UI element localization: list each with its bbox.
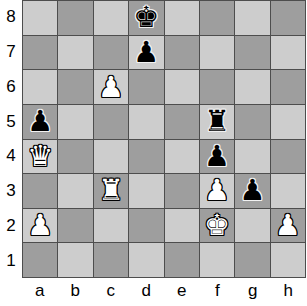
square-e3[interactable] xyxy=(165,174,199,208)
file-labels: abcdefgh xyxy=(22,278,306,306)
square-g8[interactable] xyxy=(235,1,269,35)
square-b1[interactable] xyxy=(58,243,92,277)
piece-white-king-f2[interactable]: ♚ xyxy=(204,211,230,240)
square-d1[interactable] xyxy=(129,243,163,277)
square-e8[interactable] xyxy=(165,1,199,35)
square-f3[interactable]: ♟ xyxy=(200,174,234,208)
square-b4[interactable] xyxy=(58,140,92,174)
square-h5[interactable] xyxy=(271,105,305,139)
square-g1[interactable] xyxy=(235,243,269,277)
square-g7[interactable] xyxy=(235,36,269,70)
piece-white-pawn-c6[interactable]: ♟ xyxy=(98,73,124,102)
rank-label-6: 6 xyxy=(0,70,22,105)
piece-white-pawn-h2[interactable]: ♟ xyxy=(275,211,301,240)
square-h4[interactable] xyxy=(271,140,305,174)
piece-black-pawn-a5[interactable]: ♟ xyxy=(27,107,53,136)
square-f8[interactable] xyxy=(200,1,234,35)
square-a6[interactable] xyxy=(23,70,57,104)
square-g3[interactable]: ♟ xyxy=(235,174,269,208)
square-f4[interactable]: ♟ xyxy=(200,140,234,174)
square-h6[interactable] xyxy=(271,70,305,104)
square-a7[interactable] xyxy=(23,36,57,70)
square-g2[interactable] xyxy=(235,209,269,243)
square-h7[interactable] xyxy=(271,36,305,70)
square-f5[interactable]: ♜ xyxy=(200,105,234,139)
piece-black-king-d8[interactable]: ♚ xyxy=(133,3,159,32)
square-f7[interactable] xyxy=(200,36,234,70)
square-f1[interactable] xyxy=(200,243,234,277)
square-d3[interactable] xyxy=(129,174,163,208)
square-b2[interactable] xyxy=(58,209,92,243)
square-f2[interactable]: ♚ xyxy=(200,209,234,243)
rank-label-2: 2 xyxy=(0,209,22,244)
square-e7[interactable] xyxy=(165,36,199,70)
square-a5[interactable]: ♟ xyxy=(23,105,57,139)
square-e2[interactable] xyxy=(165,209,199,243)
square-f6[interactable] xyxy=(200,70,234,104)
square-b3[interactable] xyxy=(58,174,92,208)
rank-label-7: 7 xyxy=(0,35,22,70)
piece-black-pawn-g3[interactable]: ♟ xyxy=(239,176,265,205)
square-b5[interactable] xyxy=(58,105,92,139)
file-label-b: b xyxy=(58,278,94,306)
square-a2[interactable]: ♟ xyxy=(23,209,57,243)
square-c7[interactable] xyxy=(94,36,128,70)
square-d7[interactable]: ♟ xyxy=(129,36,163,70)
square-c2[interactable] xyxy=(94,209,128,243)
square-c5[interactable] xyxy=(94,105,128,139)
square-c3[interactable]: ♜ xyxy=(94,174,128,208)
square-h2[interactable]: ♟ xyxy=(271,209,305,243)
square-e4[interactable] xyxy=(165,140,199,174)
square-a4[interactable]: ♛ xyxy=(23,140,57,174)
file-label-e: e xyxy=(164,278,200,306)
square-b6[interactable] xyxy=(58,70,92,104)
file-label-h: h xyxy=(271,278,307,306)
file-label-f: f xyxy=(200,278,236,306)
square-g4[interactable] xyxy=(235,140,269,174)
piece-black-rook-f5[interactable]: ♜ xyxy=(204,107,230,136)
square-e1[interactable] xyxy=(165,243,199,277)
square-d4[interactable] xyxy=(129,140,163,174)
square-h8[interactable] xyxy=(271,1,305,35)
square-d2[interactable] xyxy=(129,209,163,243)
square-e6[interactable] xyxy=(165,70,199,104)
rank-label-8: 8 xyxy=(0,0,22,35)
square-g6[interactable] xyxy=(235,70,269,104)
square-g5[interactable] xyxy=(235,105,269,139)
rank-label-4: 4 xyxy=(0,139,22,174)
square-d6[interactable] xyxy=(129,70,163,104)
file-label-g: g xyxy=(235,278,271,306)
square-h3[interactable] xyxy=(271,174,305,208)
piece-black-pawn-d7[interactable]: ♟ xyxy=(133,38,159,67)
rank-label-5: 5 xyxy=(0,104,22,139)
square-c1[interactable] xyxy=(94,243,128,277)
square-c4[interactable] xyxy=(94,140,128,174)
square-h1[interactable] xyxy=(271,243,305,277)
file-label-a: a xyxy=(22,278,58,306)
file-label-c: c xyxy=(93,278,129,306)
file-label-d: d xyxy=(129,278,165,306)
piece-black-pawn-f4[interactable]: ♟ xyxy=(204,142,230,171)
rank-label-3: 3 xyxy=(0,174,22,209)
square-c8[interactable] xyxy=(94,1,128,35)
chess-board: ♚♟♟♟♜♛♟♜♟♟♟♚♟ xyxy=(22,0,306,278)
square-d8[interactable]: ♚ xyxy=(129,1,163,35)
square-d5[interactable] xyxy=(129,105,163,139)
chessboard-diagram: 87654321 ♚♟♟♟♜♛♟♜♟♟♟♚♟ abcdefgh xyxy=(0,0,306,306)
square-b7[interactable] xyxy=(58,36,92,70)
rank-label-1: 1 xyxy=(0,243,22,278)
square-e5[interactable] xyxy=(165,105,199,139)
rank-labels: 87654321 xyxy=(0,0,22,278)
piece-white-pawn-f3[interactable]: ♟ xyxy=(204,176,230,205)
piece-white-pawn-a2[interactable]: ♟ xyxy=(27,211,53,240)
square-a8[interactable] xyxy=(23,1,57,35)
piece-white-queen-a4[interactable]: ♛ xyxy=(27,142,53,171)
square-a3[interactable] xyxy=(23,174,57,208)
piece-white-rook-c3[interactable]: ♜ xyxy=(98,176,124,205)
square-a1[interactable] xyxy=(23,243,57,277)
square-c6[interactable]: ♟ xyxy=(94,70,128,104)
square-b8[interactable] xyxy=(58,1,92,35)
